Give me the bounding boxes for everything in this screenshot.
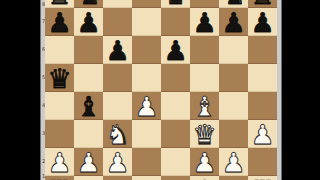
square-h1[interactable]: ♜	[248, 176, 277, 180]
square-e1[interactable]: ♚	[161, 176, 190, 180]
square-a1[interactable]: ♜	[45, 176, 74, 180]
board-viewport: ♜♞♚♞♜♟♟♟♟♟♟♟♛♝♟♝♞♛♟♟♟♟♟♟♜♚♝♜	[45, 0, 277, 180]
square-c1[interactable]	[103, 176, 132, 180]
square-d3[interactable]	[132, 120, 161, 148]
square-d4[interactable]: ♟	[132, 92, 161, 120]
square-g5[interactable]	[219, 64, 248, 92]
square-f4[interactable]: ♝	[190, 92, 219, 120]
white-king-e1[interactable]: ♚	[161, 176, 190, 180]
white-pawn-a2[interactable]: ♟	[45, 148, 74, 176]
square-g3[interactable]	[219, 120, 248, 148]
black-pawn-a7[interactable]: ♟	[45, 8, 74, 36]
board: ♜♞♚♞♜♟♟♟♟♟♟♟♛♝♟♝♞♛♟♟♟♟♟♟♜♚♝♜	[45, 0, 277, 180]
white-bishop-f1[interactable]: ♝	[190, 176, 219, 180]
white-queen-f3[interactable]: ♛	[190, 120, 219, 148]
square-b3[interactable]	[74, 120, 103, 148]
square-a7[interactable]: ♟	[45, 8, 74, 36]
square-d1[interactable]	[132, 176, 161, 180]
white-pawn-f2[interactable]: ♟	[190, 148, 219, 176]
square-c4[interactable]	[103, 92, 132, 120]
square-g4[interactable]	[219, 92, 248, 120]
square-e7[interactable]	[161, 8, 190, 36]
square-g2[interactable]: ♟	[219, 148, 248, 176]
square-a4[interactable]	[45, 92, 74, 120]
square-h6[interactable]	[248, 36, 277, 64]
white-pawn-c2[interactable]: ♟	[103, 148, 132, 176]
square-a2[interactable]: ♟	[45, 148, 74, 176]
board-frame-right	[277, 0, 282, 180]
letterbox-left	[0, 0, 40, 180]
square-f7[interactable]: ♟	[190, 8, 219, 36]
white-pawn-b2[interactable]: ♟	[74, 148, 103, 176]
square-h7[interactable]: ♟	[248, 8, 277, 36]
square-d5[interactable]	[132, 64, 161, 92]
white-rook-a1[interactable]: ♜	[45, 176, 74, 180]
square-g7[interactable]: ♟	[219, 8, 248, 36]
square-h2[interactable]	[248, 148, 277, 176]
square-e4[interactable]	[161, 92, 190, 120]
square-c2[interactable]: ♟	[103, 148, 132, 176]
black-pawn-c6[interactable]: ♟	[103, 36, 132, 64]
square-d6[interactable]	[132, 36, 161, 64]
square-d2[interactable]	[132, 148, 161, 176]
black-pawn-b7[interactable]: ♟	[74, 8, 103, 36]
square-c8[interactable]	[103, 0, 132, 8]
square-e2[interactable]	[161, 148, 190, 176]
black-pawn-g7[interactable]: ♟	[219, 8, 248, 36]
square-a5[interactable]: ♛	[45, 64, 74, 92]
square-g1[interactable]	[219, 176, 248, 180]
video-frame: 87654321 ♜♞♚♞♜♟♟♟♟♟♟♟♛♝♟♝♞♛♟♟♟♟♟♟♜♚♝♜	[0, 0, 320, 180]
square-c3[interactable]: ♞	[103, 120, 132, 148]
black-pawn-e6[interactable]: ♟	[161, 36, 190, 64]
square-d7[interactable]	[132, 8, 161, 36]
white-pawn-g2[interactable]: ♟	[219, 148, 248, 176]
square-b2[interactable]: ♟	[74, 148, 103, 176]
square-g6[interactable]	[219, 36, 248, 64]
square-e8[interactable]: ♚	[161, 0, 190, 8]
square-h3[interactable]: ♟	[248, 120, 277, 148]
square-b5[interactable]	[74, 64, 103, 92]
square-c7[interactable]	[103, 8, 132, 36]
square-e6[interactable]: ♟	[161, 36, 190, 64]
square-c5[interactable]	[103, 64, 132, 92]
square-h4[interactable]	[248, 92, 277, 120]
square-f3[interactable]: ♛	[190, 120, 219, 148]
black-bishop-b4[interactable]: ♝	[74, 92, 103, 120]
square-f1[interactable]: ♝	[190, 176, 219, 180]
white-rook-h1[interactable]: ♜	[248, 176, 277, 180]
black-pawn-f7[interactable]: ♟	[190, 8, 219, 36]
white-pawn-h3[interactable]: ♟	[248, 120, 277, 148]
black-queen-a5[interactable]: ♛	[45, 64, 74, 92]
square-c6[interactable]: ♟	[103, 36, 132, 64]
square-a3[interactable]	[45, 120, 74, 148]
white-pawn-d4[interactable]: ♟	[132, 92, 161, 120]
square-f6[interactable]	[190, 36, 219, 64]
black-pawn-h7[interactable]: ♟	[248, 8, 277, 36]
white-knight-c3[interactable]: ♞	[103, 120, 132, 148]
square-f2[interactable]: ♟	[190, 148, 219, 176]
letterbox-right	[282, 0, 320, 180]
square-b6[interactable]	[74, 36, 103, 64]
white-bishop-f4[interactable]: ♝	[190, 92, 219, 120]
square-a6[interactable]	[45, 36, 74, 64]
square-h5[interactable]	[248, 64, 277, 92]
square-f5[interactable]	[190, 64, 219, 92]
square-d8[interactable]	[132, 0, 161, 8]
square-b1[interactable]	[74, 176, 103, 180]
square-e3[interactable]	[161, 120, 190, 148]
square-b7[interactable]: ♟	[74, 8, 103, 36]
square-e5[interactable]	[161, 64, 190, 92]
black-king-e8[interactable]: ♚	[161, 0, 190, 8]
square-b4[interactable]: ♝	[74, 92, 103, 120]
